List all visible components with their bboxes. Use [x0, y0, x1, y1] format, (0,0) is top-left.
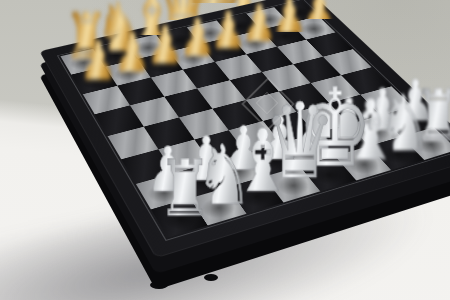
- square-a5: [95, 106, 144, 137]
- square-a1: ♜: [151, 198, 207, 237]
- gold-pawn: ♟: [147, 19, 183, 71]
- gold-pawn: ♟: [211, 5, 247, 56]
- diamond-watermark-icon: [240, 76, 294, 130]
- silver-rook: ♜: [158, 150, 212, 228]
- chess-photo-scene: ♜♞♝♛♚♝♞♜♟♟♟♟♟♟♟♟♟♟♟♟♟♟♟♟♜♞♝♛♚♝♞♜: [0, 0, 450, 300]
- gold-pawn: ♟: [114, 26, 151, 79]
- gold-pawn: ♟: [242, 0, 277, 48]
- gold-pawn: ♟: [272, 0, 307, 41]
- gold-pawn: ♟: [179, 12, 215, 63]
- gold-pawn: ♟: [80, 34, 117, 87]
- board-foot: [204, 274, 218, 281]
